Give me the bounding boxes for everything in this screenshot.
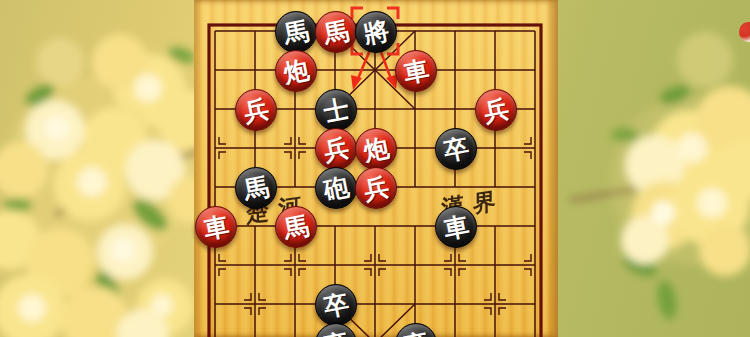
piece-glyph: 車 (441, 212, 470, 241)
piece-black-soldier[interactable]: 卒 (315, 284, 357, 326)
piece-glyph: 炮 (281, 56, 310, 85)
piece-black-chariot[interactable]: 車 (435, 206, 477, 248)
piece-glyph: 馬 (281, 212, 310, 241)
piece-red-cannon[interactable]: 炮 (355, 128, 397, 170)
piece-glyph: 兵 (241, 95, 270, 124)
piece-glyph: 卒 (321, 329, 350, 337)
piece-glyph: 炮 (361, 134, 390, 163)
screenshot-stage: 楚河 漢界 馬馬將炮車兵士兵兵炮卒馬砲兵車馬車卒卒卒 (0, 0, 750, 337)
piece-glyph: 兵 (321, 134, 350, 163)
piece-glyph: 兵 (481, 95, 510, 124)
piece-red-soldier[interactable]: 兵 (315, 128, 357, 170)
piece-red-soldier[interactable]: 兵 (355, 167, 397, 209)
piece-glyph: 兵 (361, 173, 390, 202)
blossom-branch-left (0, 0, 210, 337)
piece-red-cannon[interactable]: 炮 (275, 50, 317, 92)
piece-glyph: 士 (321, 95, 350, 124)
piece-glyph: 車 (401, 56, 430, 85)
piece-black-soldier[interactable]: 卒 (435, 128, 477, 170)
piece-glyph: 將 (361, 17, 390, 46)
piece-black-general[interactable]: 將 (355, 11, 397, 53)
piece-red-horse[interactable]: 馬 (275, 206, 317, 248)
piece-red-chariot[interactable]: 車 (395, 50, 437, 92)
piece-red-chariot[interactable]: 車 (195, 206, 237, 248)
piece-glyph: 砲 (321, 173, 350, 202)
piece-glyph: 馬 (281, 17, 310, 46)
piece-glyph: 卒 (321, 290, 350, 319)
piece-glyph: 車 (201, 212, 230, 241)
xiangqi-board[interactable]: 楚河 漢界 馬馬將炮車兵士兵兵炮卒馬砲兵車馬車卒卒卒 (194, 0, 558, 337)
piece-glyph: 卒 (401, 329, 430, 337)
piece-black-cannon[interactable]: 砲 (315, 167, 357, 209)
piece-red-horse[interactable]: 馬 (315, 11, 357, 53)
piece-red-soldier[interactable]: 兵 (475, 89, 517, 131)
piece-red-soldier[interactable]: 兵 (235, 89, 277, 131)
piece-black-advisor[interactable]: 士 (315, 89, 357, 131)
blossom-branch-right (555, 0, 750, 337)
piece-glyph: 卒 (441, 134, 470, 163)
piece-black-horse[interactable]: 馬 (235, 167, 277, 209)
watermark-dot (739, 22, 750, 42)
piece-glyph: 馬 (241, 173, 270, 202)
piece-black-horse[interactable]: 馬 (275, 11, 317, 53)
piece-glyph: 馬 (321, 17, 350, 46)
